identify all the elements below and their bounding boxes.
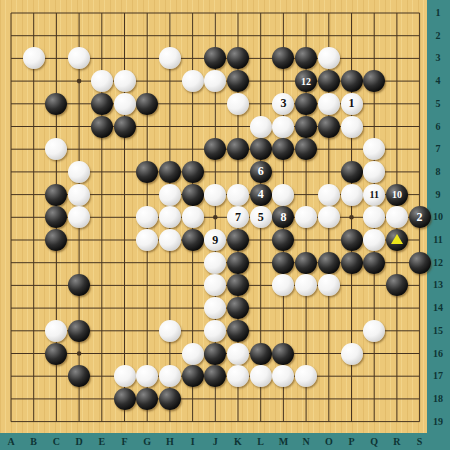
row-label-7: 7 <box>428 143 448 155</box>
stone-black-C9[interactable] <box>45 184 67 206</box>
stone-black-K4[interactable] <box>227 70 249 92</box>
stone-black-P11[interactable] <box>341 229 363 251</box>
stone-white-P9[interactable] <box>341 184 363 206</box>
stone-black-P8[interactable] <box>341 161 363 183</box>
move-number-label-1: 1 <box>341 93 363 115</box>
stone-black-O6[interactable] <box>318 116 340 138</box>
column-label-E: E <box>93 436 111 448</box>
stone-black-R11[interactable] <box>386 229 408 251</box>
board-grid <box>0 0 450 450</box>
column-label-Q: Q <box>365 436 383 448</box>
stone-black-E5[interactable] <box>91 93 113 115</box>
star-point <box>213 215 218 220</box>
stone-black-O4[interactable] <box>318 70 340 92</box>
column-label-N: N <box>297 436 315 448</box>
move-number-label-2: 2 <box>409 206 431 228</box>
move-number-label-6: 6 <box>250 161 272 183</box>
column-label-G: G <box>138 436 156 448</box>
stone-white-J15[interactable] <box>204 320 226 342</box>
column-label-R: R <box>388 436 406 448</box>
column-label-A: A <box>2 436 20 448</box>
column-label-I: I <box>184 436 202 448</box>
stone-white-O5[interactable] <box>318 93 340 115</box>
stone-black-I11[interactable] <box>182 229 204 251</box>
column-label-L: L <box>252 436 270 448</box>
stone-black-P4[interactable] <box>341 70 363 92</box>
stone-white-F17[interactable] <box>114 365 136 387</box>
stone-white-L17[interactable] <box>250 365 272 387</box>
go-game-viewer: 123164111075829 123456789101112131415161… <box>0 0 450 450</box>
star-point <box>77 79 82 84</box>
stone-black-S10[interactable]: 2 <box>409 206 431 228</box>
stone-black-G8[interactable] <box>136 161 158 183</box>
column-label-H: H <box>161 436 179 448</box>
stone-white-I16[interactable] <box>182 343 204 365</box>
column-label-J: J <box>206 436 224 448</box>
stone-white-K9[interactable] <box>227 184 249 206</box>
row-label-4: 4 <box>428 75 448 87</box>
stone-black-H8[interactable] <box>159 161 181 183</box>
stone-white-O10[interactable] <box>318 206 340 228</box>
row-label-19: 19 <box>428 416 448 428</box>
stone-black-L8[interactable]: 6 <box>250 161 272 183</box>
stone-black-K11[interactable] <box>227 229 249 251</box>
stone-black-M10[interactable]: 8 <box>272 206 294 228</box>
row-label-10: 10 <box>428 211 448 223</box>
stone-black-K12[interactable] <box>227 252 249 274</box>
row-label-9: 9 <box>428 189 448 201</box>
column-label-B: B <box>25 436 43 448</box>
column-label-P: P <box>343 436 361 448</box>
stone-black-N6[interactable] <box>295 116 317 138</box>
column-label-S: S <box>411 436 429 448</box>
move-number-label-11: 11 <box>363 184 385 206</box>
row-label-1: 1 <box>428 7 448 19</box>
stone-white-L6[interactable] <box>250 116 272 138</box>
stone-white-Q8[interactable] <box>363 161 385 183</box>
stone-black-S12[interactable] <box>409 252 431 274</box>
stone-white-J11[interactable]: 9 <box>204 229 226 251</box>
row-label-12: 12 <box>428 257 448 269</box>
stone-black-K15[interactable] <box>227 320 249 342</box>
move-number-label-3: 3 <box>272 93 294 115</box>
column-label-C: C <box>47 436 65 448</box>
move-number-label-8: 8 <box>272 206 294 228</box>
stone-black-G18[interactable] <box>136 388 158 410</box>
stone-white-J9[interactable] <box>204 184 226 206</box>
stone-black-K14[interactable] <box>227 297 249 319</box>
stone-black-O12[interactable] <box>318 252 340 274</box>
column-label-K: K <box>229 436 247 448</box>
stone-white-I10[interactable] <box>182 206 204 228</box>
stone-black-M16[interactable] <box>272 343 294 365</box>
stone-black-R9[interactable]: 10 <box>386 184 408 206</box>
row-label-17: 17 <box>428 370 448 382</box>
stone-white-Q9[interactable]: 11 <box>363 184 385 206</box>
row-label-18: 18 <box>428 393 448 405</box>
column-label-D: D <box>70 436 88 448</box>
stone-white-H9[interactable] <box>159 184 181 206</box>
row-label-14: 14 <box>428 302 448 314</box>
row-label-15: 15 <box>428 325 448 337</box>
stone-white-F5[interactable] <box>114 93 136 115</box>
stone-white-P6[interactable] <box>341 116 363 138</box>
stone-white-O9[interactable] <box>318 184 340 206</box>
stone-white-E4[interactable] <box>91 70 113 92</box>
row-label-11: 11 <box>428 234 448 246</box>
stone-white-P16[interactable] <box>341 343 363 365</box>
stone-white-H11[interactable] <box>159 229 181 251</box>
stone-white-Q15[interactable] <box>363 320 385 342</box>
stone-white-D9[interactable] <box>68 184 90 206</box>
column-label-F: F <box>116 436 134 448</box>
row-label-6: 6 <box>428 121 448 133</box>
stone-black-I8[interactable] <box>182 161 204 183</box>
stone-black-C16[interactable] <box>45 343 67 365</box>
stone-black-P12[interactable] <box>341 252 363 274</box>
stone-black-N4[interactable]: 12 <box>295 70 317 92</box>
row-label-5: 5 <box>428 98 448 110</box>
stone-white-M5[interactable]: 3 <box>272 93 294 115</box>
row-label-3: 3 <box>428 52 448 64</box>
move-number-label-9: 9 <box>204 229 226 251</box>
stone-black-I17[interactable] <box>182 365 204 387</box>
stone-black-E6[interactable] <box>91 116 113 138</box>
stone-white-M6[interactable] <box>272 116 294 138</box>
star-point <box>349 215 354 220</box>
move-number-label-12: 12 <box>295 70 317 92</box>
stone-white-B3[interactable] <box>23 47 45 69</box>
stone-black-L7[interactable] <box>250 138 272 160</box>
stone-white-L10[interactable]: 5 <box>250 206 272 228</box>
triangle-marker <box>391 234 403 244</box>
stone-black-L9[interactable]: 4 <box>250 184 272 206</box>
stone-white-I4[interactable] <box>182 70 204 92</box>
row-label-8: 8 <box>428 166 448 178</box>
stone-white-J12[interactable] <box>204 252 226 274</box>
move-number-label-7: 7 <box>227 206 249 228</box>
stone-white-D8[interactable] <box>68 161 90 183</box>
row-label-16: 16 <box>428 348 448 360</box>
move-number-label-4: 4 <box>250 184 272 206</box>
row-label-2: 2 <box>428 30 448 42</box>
column-label-M: M <box>274 436 292 448</box>
move-number-label-10: 10 <box>386 184 408 206</box>
stone-black-F18[interactable] <box>114 388 136 410</box>
row-label-13: 13 <box>428 279 448 291</box>
stone-black-J16[interactable] <box>204 343 226 365</box>
stone-black-H18[interactable] <box>159 388 181 410</box>
stone-white-M9[interactable] <box>272 184 294 206</box>
stone-white-H17[interactable] <box>159 365 181 387</box>
stone-white-K5[interactable] <box>227 93 249 115</box>
stone-black-F6[interactable] <box>114 116 136 138</box>
stone-black-Q12[interactable] <box>363 252 385 274</box>
stone-white-P5[interactable]: 1 <box>341 93 363 115</box>
stone-black-N5[interactable] <box>295 93 317 115</box>
stone-black-N12[interactable] <box>295 252 317 274</box>
stone-black-L16[interactable] <box>250 343 272 365</box>
stone-black-M12[interactable] <box>272 252 294 274</box>
stone-white-F4[interactable] <box>114 70 136 92</box>
stone-white-H15[interactable] <box>159 320 181 342</box>
stone-white-K16[interactable] <box>227 343 249 365</box>
stone-black-I9[interactable] <box>182 184 204 206</box>
stone-black-D15[interactable] <box>68 320 90 342</box>
move-number-label-5: 5 <box>250 206 272 228</box>
star-point <box>77 351 82 356</box>
stone-white-K10[interactable]: 7 <box>227 206 249 228</box>
stone-black-G5[interactable] <box>136 93 158 115</box>
column-label-O: O <box>320 436 338 448</box>
